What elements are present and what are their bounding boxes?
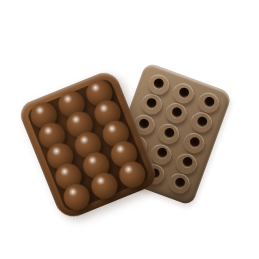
product-photo: [0, 0, 259, 259]
front-mold-dome-grid: [26, 77, 151, 213]
mold-cavity-ring: [166, 171, 193, 197]
mold-cavity-hole: [195, 115, 208, 128]
mold-cavity-hole: [170, 106, 183, 119]
mold-cavity-hole: [181, 156, 194, 169]
mold-cavity-ring: [181, 130, 208, 156]
mold-cavity-hole: [163, 126, 176, 139]
mold-cavity-hole: [153, 77, 166, 90]
mold-cavity-hole: [156, 147, 169, 160]
mold-cavity-hole: [145, 97, 158, 110]
mold-cavity-hole: [173, 176, 186, 189]
mold-cavity-hole: [138, 117, 151, 130]
mold-cavity-hole: [178, 86, 191, 99]
mold-cavity-hole: [203, 95, 216, 108]
mold-cavity-ring: [156, 121, 183, 147]
mold-cavity-hole: [188, 136, 201, 149]
